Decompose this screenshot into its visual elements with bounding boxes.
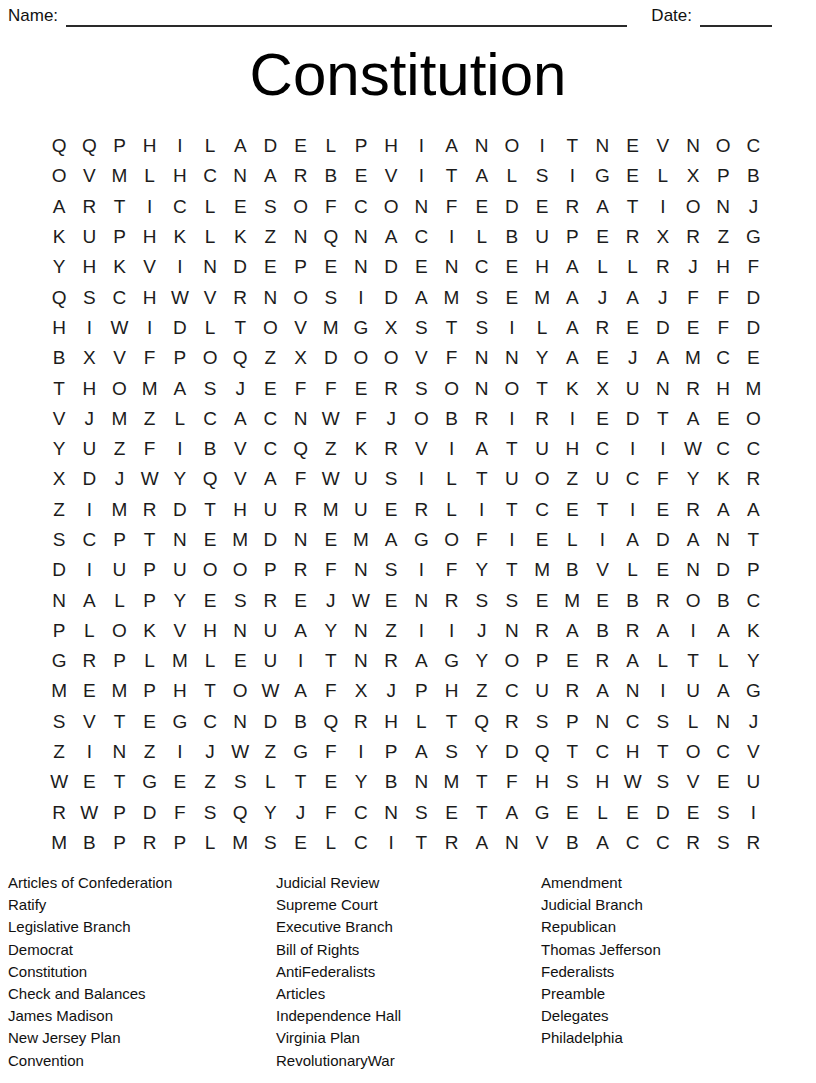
grid-cell[interactable]: A [557,252,587,282]
grid-cell[interactable]: G [738,676,768,706]
grid-cell[interactable]: O [678,737,708,767]
grid-cell[interactable]: Y [738,646,768,676]
grid-cell[interactable]: V [225,434,255,464]
grid-cell[interactable]: M [738,373,768,403]
grid-cell[interactable]: M [436,282,466,312]
grid-cell[interactable]: L [316,131,346,161]
grid-cell[interactable]: V [74,161,104,191]
grid-cell[interactable]: C [708,737,738,767]
grid-cell[interactable]: S [376,555,406,585]
grid-cell[interactable]: O [497,131,527,161]
grid-cell[interactable]: P [44,616,74,646]
grid-cell[interactable]: A [436,131,466,161]
grid-cell[interactable]: P [165,343,195,373]
grid-cell[interactable]: N [436,252,466,282]
grid-cell[interactable]: G [135,767,165,797]
grid-cell[interactable]: N [678,555,708,585]
grid-cell[interactable]: Q [527,737,557,767]
grid-cell[interactable]: J [648,282,678,312]
grid-cell[interactable]: X [678,161,708,191]
grid-cell[interactable]: T [104,192,134,222]
grid-cell[interactable]: I [436,222,466,252]
grid-cell[interactable]: U [74,434,104,464]
grid-cell[interactable]: M [527,282,557,312]
grid-cell[interactable]: V [165,616,195,646]
grid-cell[interactable]: E [618,131,648,161]
grid-cell[interactable]: E [738,343,768,373]
grid-cell[interactable]: P [406,676,436,706]
grid-cell[interactable]: N [225,616,255,646]
grid-cell[interactable]: F [135,343,165,373]
grid-cell[interactable]: Z [195,767,225,797]
grid-cell[interactable]: J [678,252,708,282]
grid-cell[interactable]: T [618,192,648,222]
grid-cell[interactable]: J [74,404,104,434]
grid-cell[interactable]: T [316,646,346,676]
grid-cell[interactable]: S [255,192,285,222]
grid-cell[interactable]: U [587,464,617,494]
grid-cell[interactable]: O [225,555,255,585]
grid-cell[interactable]: I [74,495,104,525]
grid-cell[interactable]: R [557,676,587,706]
grid-cell[interactable]: H [74,373,104,403]
grid-cell[interactable]: I [406,555,436,585]
grid-cell[interactable]: N [497,828,527,858]
grid-cell[interactable]: R [618,222,648,252]
grid-cell[interactable]: A [678,525,708,555]
grid-cell[interactable]: E [316,767,346,797]
grid-cell[interactable]: V [678,767,708,797]
grid-cell[interactable]: Z [44,495,74,525]
grid-cell[interactable]: B [618,585,648,615]
grid-cell[interactable]: A [406,646,436,676]
grid-cell[interactable]: L [587,252,617,282]
grid-cell[interactable]: H [135,131,165,161]
grid-cell[interactable]: O [497,646,527,676]
grid-cell[interactable]: P [104,525,134,555]
grid-cell[interactable]: T [135,525,165,555]
grid-cell[interactable]: O [286,282,316,312]
grid-cell[interactable]: D [708,555,738,585]
grid-cell[interactable]: R [527,404,557,434]
grid-cell[interactable]: J [195,737,225,767]
grid-cell[interactable]: U [255,646,285,676]
grid-cell[interactable]: S [467,313,497,343]
grid-cell[interactable]: V [104,343,134,373]
grid-cell[interactable]: R [44,798,74,828]
grid-cell[interactable]: B [587,616,617,646]
grid-cell[interactable]: H [165,676,195,706]
grid-cell[interactable]: N [467,343,497,373]
grid-cell[interactable]: S [225,585,255,615]
grid-cell[interactable]: Q [286,434,316,464]
grid-cell[interactable]: I [135,313,165,343]
grid-cell[interactable]: B [195,434,225,464]
grid-cell[interactable]: C [74,525,104,555]
grid-cell[interactable]: C [618,707,648,737]
grid-cell[interactable]: U [678,676,708,706]
grid-cell[interactable]: J [738,192,768,222]
grid-cell[interactable]: D [165,495,195,525]
grid-cell[interactable]: A [648,343,678,373]
grid-cell[interactable]: G [44,646,74,676]
grid-cell[interactable]: N [255,282,285,312]
grid-cell[interactable]: R [74,192,104,222]
grid-cell[interactable]: E [587,222,617,252]
grid-cell[interactable]: R [678,222,708,252]
grid-cell[interactable]: M [225,828,255,858]
grid-cell[interactable]: S [195,798,225,828]
grid-cell[interactable]: Y [467,555,497,585]
grid-cell[interactable]: Y [527,343,557,373]
grid-cell[interactable]: R [738,464,768,494]
grid-cell[interactable]: T [557,737,587,767]
grid-cell[interactable]: U [497,464,527,494]
grid-cell[interactable]: H [225,495,255,525]
grid-cell[interactable]: S [255,828,285,858]
grid-cell[interactable]: I [406,464,436,494]
grid-cell[interactable]: D [376,282,406,312]
grid-cell[interactable]: X [286,343,316,373]
grid-cell[interactable]: D [497,192,527,222]
grid-cell[interactable]: X [376,313,406,343]
grid-cell[interactable]: Q [316,222,346,252]
grid-cell[interactable]: F [497,767,527,797]
grid-cell[interactable]: A [286,616,316,646]
grid-cell[interactable]: T [648,737,678,767]
grid-cell[interactable]: I [587,525,617,555]
grid-cell[interactable]: I [74,737,104,767]
grid-cell[interactable]: L [557,525,587,555]
grid-cell[interactable]: V [648,131,678,161]
grid-cell[interactable]: X [587,373,617,403]
grid-cell[interactable]: A [165,373,195,403]
grid-cell[interactable]: L [135,161,165,191]
grid-cell[interactable]: Z [255,737,285,767]
grid-cell[interactable]: Z [316,434,346,464]
grid-cell[interactable]: N [286,525,316,555]
grid-cell[interactable]: J [225,373,255,403]
grid-cell[interactable]: T [497,434,527,464]
grid-cell[interactable]: G [527,798,557,828]
grid-cell[interactable]: L [618,555,648,585]
grid-cell[interactable]: T [195,495,225,525]
grid-cell[interactable]: O [406,404,436,434]
grid-cell[interactable]: E [316,525,346,555]
grid-cell[interactable]: N [467,373,497,403]
grid-cell[interactable]: U [255,495,285,525]
grid-cell[interactable]: C [738,434,768,464]
grid-cell[interactable]: B [74,828,104,858]
grid-cell[interactable]: N [406,192,436,222]
grid-cell[interactable]: S [708,828,738,858]
grid-cell[interactable]: D [618,404,648,434]
grid-cell[interactable]: T [286,767,316,797]
grid-cell[interactable]: M [527,555,557,585]
grid-cell[interactable]: A [286,676,316,706]
grid-cell[interactable]: L [618,252,648,282]
grid-cell[interactable]: E [376,585,406,615]
grid-cell[interactable]: R [74,646,104,676]
grid-cell[interactable]: I [497,525,527,555]
grid-cell[interactable]: Z [255,222,285,252]
grid-cell[interactable]: E [135,707,165,737]
grid-cell[interactable]: R [436,828,466,858]
grid-cell[interactable]: U [165,555,195,585]
grid-cell[interactable]: M [165,646,195,676]
grid-cell[interactable]: P [104,646,134,676]
grid-cell[interactable]: E [255,373,285,403]
grid-cell[interactable]: D [165,313,195,343]
grid-cell[interactable]: Y [467,737,497,767]
grid-cell[interactable]: E [346,161,376,191]
grid-cell[interactable]: Z [376,616,406,646]
grid-cell[interactable]: C [467,252,497,282]
grid-cell[interactable]: I [618,495,648,525]
grid-cell[interactable]: N [195,252,225,282]
grid-cell[interactable]: A [678,404,708,434]
grid-cell[interactable]: C [104,282,134,312]
grid-cell[interactable]: T [587,495,617,525]
grid-cell[interactable]: H [557,434,587,464]
grid-cell[interactable]: Z [135,404,165,434]
grid-cell[interactable]: H [587,767,617,797]
grid-cell[interactable]: L [135,646,165,676]
grid-cell[interactable]: K [346,434,376,464]
grid-cell[interactable]: R [678,828,708,858]
grid-cell[interactable]: G [346,313,376,343]
grid-cell[interactable]: T [738,525,768,555]
grid-cell[interactable]: O [346,343,376,373]
grid-cell[interactable]: N [286,222,316,252]
grid-cell[interactable]: I [286,646,316,676]
grid-cell[interactable]: E [225,192,255,222]
grid-cell[interactable]: J [467,616,497,646]
grid-cell[interactable]: I [74,555,104,585]
grid-cell[interactable]: P [104,131,134,161]
grid-cell[interactable]: I [648,676,678,706]
grid-cell[interactable]: E [557,798,587,828]
grid-cell[interactable]: B [557,828,587,858]
grid-cell[interactable]: I [135,192,165,222]
grid-cell[interactable]: M [557,585,587,615]
grid-cell[interactable]: E [708,767,738,797]
grid-cell[interactable]: I [165,434,195,464]
grid-cell[interactable]: U [527,434,557,464]
grid-cell[interactable]: C [255,434,285,464]
grid-cell[interactable]: J [376,404,406,434]
grid-cell[interactable]: Y [44,252,74,282]
grid-cell[interactable]: S [467,282,497,312]
grid-cell[interactable]: F [286,373,316,403]
grid-cell[interactable]: F [436,343,466,373]
grid-cell[interactable]: F [678,282,708,312]
grid-cell[interactable]: A [587,828,617,858]
grid-cell[interactable]: V [74,707,104,737]
grid-cell[interactable]: C [497,676,527,706]
grid-cell[interactable]: R [557,192,587,222]
grid-cell[interactable]: N [708,525,738,555]
grid-cell[interactable]: C [165,192,195,222]
grid-cell[interactable]: K [104,252,134,282]
grid-cell[interactable]: T [527,373,557,403]
grid-cell[interactable]: E [678,798,708,828]
grid-cell[interactable]: R [406,495,436,525]
grid-cell[interactable]: T [467,798,497,828]
grid-cell[interactable]: U [346,495,376,525]
grid-cell[interactable]: N [346,222,376,252]
grid-cell[interactable]: Y [316,616,346,646]
grid-cell[interactable]: A [467,828,497,858]
grid-cell[interactable]: Q [467,707,497,737]
grid-cell[interactable]: E [648,495,678,525]
grid-cell[interactable]: E [618,161,648,191]
grid-cell[interactable]: P [346,131,376,161]
grid-cell[interactable]: S [708,798,738,828]
grid-cell[interactable]: F [708,313,738,343]
grid-cell[interactable]: R [286,161,316,191]
grid-cell[interactable]: L [406,707,436,737]
grid-cell[interactable]: I [406,616,436,646]
grid-cell[interactable]: F [436,555,466,585]
grid-cell[interactable]: N [648,373,678,403]
grid-cell[interactable]: I [557,404,587,434]
grid-cell[interactable]: I [165,131,195,161]
grid-cell[interactable]: R [225,282,255,312]
grid-cell[interactable]: I [406,161,436,191]
grid-cell[interactable]: C [708,343,738,373]
grid-cell[interactable]: P [557,707,587,737]
grid-cell[interactable]: P [104,828,134,858]
grid-cell[interactable]: E [618,798,648,828]
grid-cell[interactable]: W [225,737,255,767]
grid-cell[interactable]: I [648,434,678,464]
grid-cell[interactable]: K [708,464,738,494]
grid-cell[interactable]: L [255,767,285,797]
grid-cell[interactable]: K [225,222,255,252]
grid-cell[interactable]: M [44,828,74,858]
grid-cell[interactable]: Z [557,464,587,494]
grid-cell[interactable]: T [557,131,587,161]
grid-cell[interactable]: V [376,161,406,191]
grid-cell[interactable]: U [346,464,376,494]
grid-cell[interactable]: Q [316,707,346,737]
grid-cell[interactable]: A [497,798,527,828]
grid-cell[interactable]: P [557,222,587,252]
grid-cell[interactable]: I [346,737,376,767]
grid-cell[interactable]: N [406,767,436,797]
grid-cell[interactable]: M [316,313,346,343]
grid-cell[interactable]: I [436,434,466,464]
grid-cell[interactable]: F [316,373,346,403]
grid-cell[interactable]: W [135,464,165,494]
grid-cell[interactable]: N [225,161,255,191]
grid-cell[interactable]: D [255,131,285,161]
grid-cell[interactable]: O [225,676,255,706]
grid-cell[interactable]: P [165,828,195,858]
grid-cell[interactable]: B [708,585,738,615]
grid-cell[interactable]: V [406,343,436,373]
grid-cell[interactable]: E [497,252,527,282]
grid-cell[interactable]: A [618,525,648,555]
grid-cell[interactable]: L [648,646,678,676]
grid-cell[interactable]: M [225,525,255,555]
grid-cell[interactable]: S [225,767,255,797]
grid-cell[interactable]: N [497,616,527,646]
grid-cell[interactable]: G [738,222,768,252]
grid-cell[interactable]: A [225,131,255,161]
grid-cell[interactable]: F [316,737,346,767]
grid-cell[interactable]: A [406,737,436,767]
grid-cell[interactable]: E [195,525,225,555]
grid-cell[interactable]: L [195,828,225,858]
grid-cell[interactable]: E [286,585,316,615]
grid-cell[interactable]: P [255,555,285,585]
grid-cell[interactable]: R [648,585,678,615]
grid-cell[interactable]: R [376,646,406,676]
grid-cell[interactable]: N [346,252,376,282]
grid-cell[interactable]: O [376,192,406,222]
grid-cell[interactable]: D [497,737,527,767]
grid-cell[interactable]: F [738,252,768,282]
grid-cell[interactable]: C [527,495,557,525]
grid-cell[interactable]: O [104,616,134,646]
grid-cell[interactable]: E [497,282,527,312]
grid-cell[interactable]: H [195,616,225,646]
grid-cell[interactable]: U [74,222,104,252]
grid-cell[interactable]: S [406,798,436,828]
grid-cell[interactable]: P [135,555,165,585]
grid-cell[interactable]: S [648,767,678,797]
grid-cell[interactable]: S [436,737,466,767]
grid-cell[interactable]: K [165,222,195,252]
grid-cell[interactable]: N [467,131,497,161]
grid-cell[interactable]: M [678,343,708,373]
grid-cell[interactable]: E [557,646,587,676]
grid-cell[interactable]: R [497,707,527,737]
grid-cell[interactable]: L [104,585,134,615]
grid-cell[interactable]: W [165,282,195,312]
grid-cell[interactable]: O [376,343,406,373]
grid-cell[interactable]: Q [225,798,255,828]
grid-cell[interactable]: U [738,767,768,797]
grid-cell[interactable]: W [346,585,376,615]
grid-cell[interactable]: L [678,707,708,737]
grid-cell[interactable]: I [678,616,708,646]
grid-cell[interactable]: O [708,131,738,161]
grid-cell[interactable]: S [406,373,436,403]
grid-cell[interactable]: E [255,252,285,282]
grid-cell[interactable]: V [406,434,436,464]
grid-cell[interactable]: V [195,282,225,312]
grid-cell[interactable]: O [286,192,316,222]
grid-cell[interactable]: B [497,222,527,252]
grid-cell[interactable]: G [165,707,195,737]
grid-cell[interactable]: Y [346,767,376,797]
grid-cell[interactable]: Y [255,798,285,828]
grid-cell[interactable]: S [527,707,557,737]
grid-cell[interactable]: X [74,343,104,373]
grid-cell[interactable]: P [135,585,165,615]
grid-cell[interactable]: M [104,161,134,191]
grid-cell[interactable]: D [648,798,678,828]
grid-cell[interactable]: P [708,161,738,191]
grid-cell[interactable]: H [135,222,165,252]
grid-cell[interactable]: C [708,434,738,464]
grid-cell[interactable]: H [376,131,406,161]
grid-cell[interactable]: N [587,707,617,737]
grid-cell[interactable]: D [738,313,768,343]
